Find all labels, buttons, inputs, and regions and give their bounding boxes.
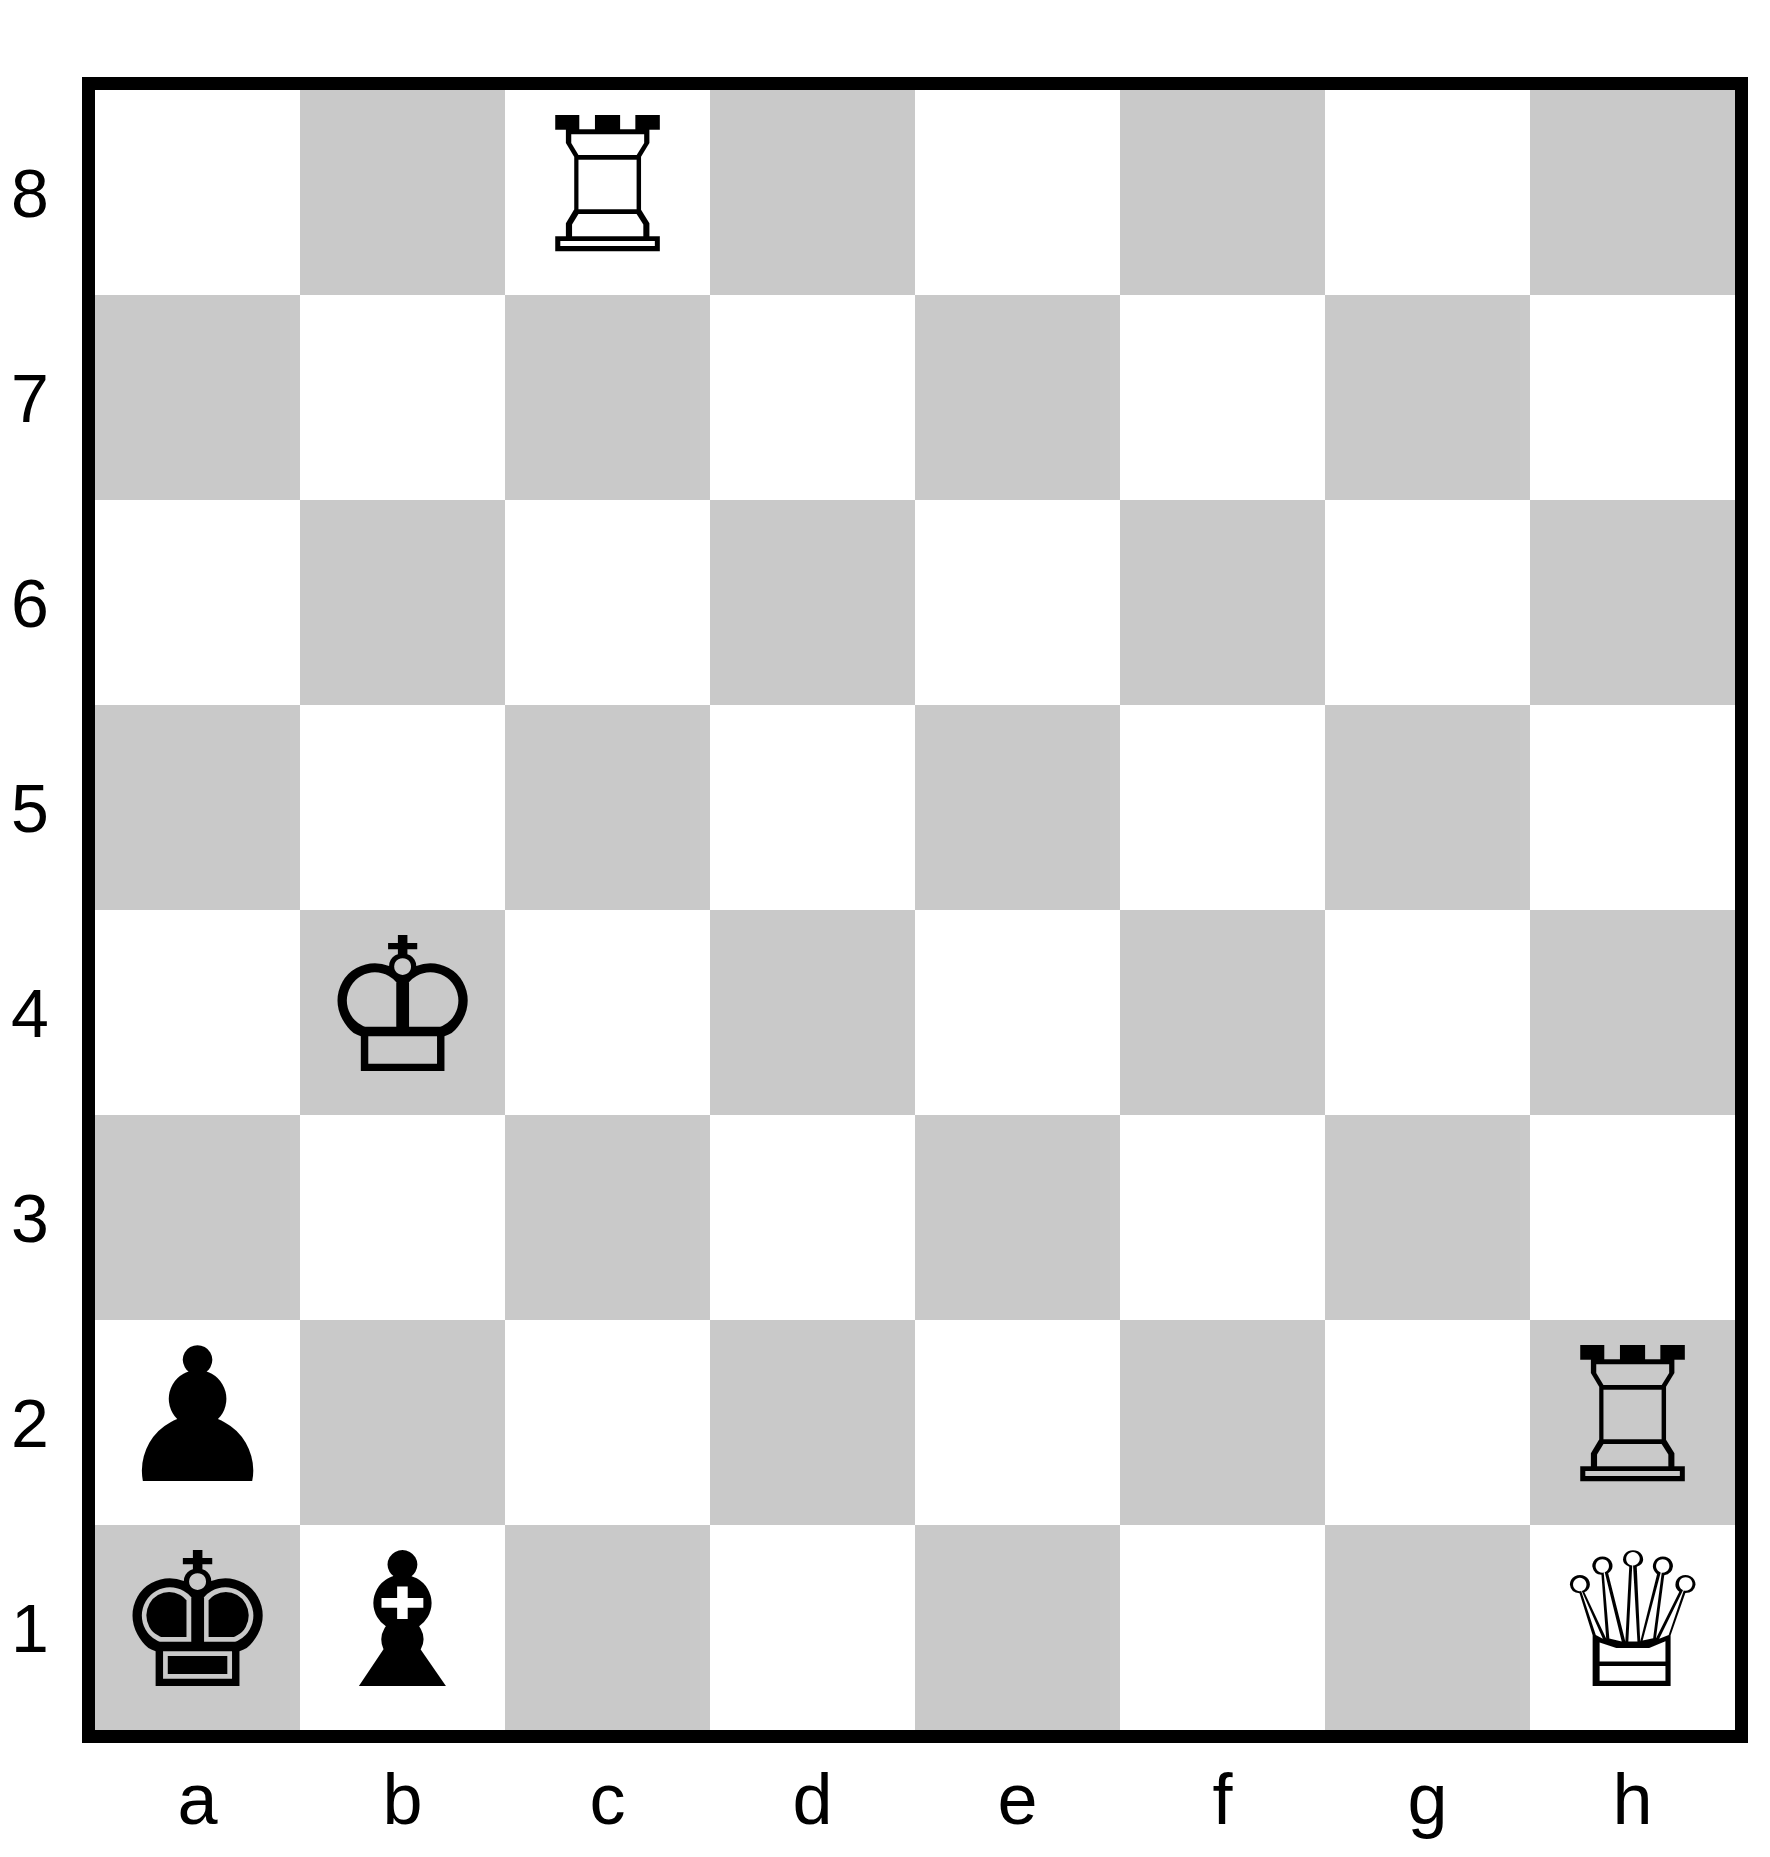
square-a8[interactable]: [95, 90, 300, 295]
square-e8[interactable]: [915, 90, 1120, 295]
file-label-g: g: [1325, 1743, 1530, 1855]
square-c2[interactable]: [505, 1320, 710, 1525]
file-label-f: f: [1120, 1743, 1325, 1855]
square-e6[interactable]: [915, 500, 1120, 705]
square-d2[interactable]: [710, 1320, 915, 1525]
file-labels: abcdefgh: [82, 1743, 1748, 1855]
square-d1[interactable]: [710, 1525, 915, 1730]
square-g3[interactable]: [1325, 1115, 1530, 1320]
white-rook[interactable]: ♖: [524, 94, 691, 280]
square-d4[interactable]: [710, 910, 915, 1115]
square-a3[interactable]: [95, 1115, 300, 1320]
square-f3[interactable]: [1120, 1115, 1325, 1320]
square-f2[interactable]: [1120, 1320, 1325, 1525]
black-king[interactable]: ♚: [114, 1529, 281, 1715]
square-a5[interactable]: [95, 705, 300, 910]
rank-label-5: 5: [0, 705, 82, 910]
square-g5[interactable]: [1325, 705, 1530, 910]
square-e1[interactable]: [915, 1525, 1120, 1730]
square-b5[interactable]: [300, 705, 505, 910]
rank-label-2: 2: [0, 1320, 82, 1525]
chess-diagram: 87654321 ♖♔♟♖♚♝♕ abcdefgh: [0, 0, 1770, 1855]
square-g1[interactable]: [1325, 1525, 1530, 1730]
file-label-b: b: [300, 1743, 505, 1855]
square-h1[interactable]: ♕: [1530, 1525, 1735, 1730]
file-label-h: h: [1530, 1743, 1735, 1855]
square-a4[interactable]: [95, 910, 300, 1115]
black-bishop[interactable]: ♝: [319, 1529, 486, 1715]
square-b6[interactable]: [300, 500, 505, 705]
square-h7[interactable]: [1530, 295, 1735, 500]
square-g2[interactable]: [1325, 1320, 1530, 1525]
square-f4[interactable]: [1120, 910, 1325, 1115]
rank-labels: 87654321: [0, 77, 82, 1743]
square-a1[interactable]: ♚: [95, 1525, 300, 1730]
diagram-layout: 87654321 ♖♔♟♖♚♝♕ abcdefgh: [0, 77, 1770, 1855]
square-d8[interactable]: [710, 90, 915, 295]
square-b2[interactable]: [300, 1320, 505, 1525]
square-b3[interactable]: [300, 1115, 505, 1320]
rank-label-1: 1: [0, 1525, 82, 1730]
square-c3[interactable]: [505, 1115, 710, 1320]
square-f1[interactable]: [1120, 1525, 1325, 1730]
white-king[interactable]: ♔: [319, 914, 486, 1100]
square-g8[interactable]: [1325, 90, 1530, 295]
square-f7[interactable]: [1120, 295, 1325, 500]
square-h4[interactable]: [1530, 910, 1735, 1115]
file-label-e: e: [915, 1743, 1120, 1855]
square-f8[interactable]: [1120, 90, 1325, 295]
square-e4[interactable]: [915, 910, 1120, 1115]
square-h6[interactable]: [1530, 500, 1735, 705]
square-b7[interactable]: [300, 295, 505, 500]
corner-spacer: [0, 1743, 82, 1855]
square-g6[interactable]: [1325, 500, 1530, 705]
black-pawn[interactable]: ♟: [114, 1324, 281, 1510]
rank-label-4: 4: [0, 910, 82, 1115]
square-c1[interactable]: [505, 1525, 710, 1730]
square-h3[interactable]: [1530, 1115, 1735, 1320]
square-c8[interactable]: ♖: [505, 90, 710, 295]
rank-label-7: 7: [0, 295, 82, 500]
square-e7[interactable]: [915, 295, 1120, 500]
square-e2[interactable]: [915, 1320, 1120, 1525]
square-a2[interactable]: ♟: [95, 1320, 300, 1525]
square-d5[interactable]: [710, 705, 915, 910]
square-f5[interactable]: [1120, 705, 1325, 910]
rank-label-8: 8: [0, 90, 82, 295]
square-f6[interactable]: [1120, 500, 1325, 705]
white-rook[interactable]: ♖: [1549, 1324, 1716, 1510]
chess-board: ♖♔♟♖♚♝♕: [82, 77, 1748, 1743]
square-c6[interactable]: [505, 500, 710, 705]
square-h2[interactable]: ♖: [1530, 1320, 1735, 1525]
square-a7[interactable]: [95, 295, 300, 500]
file-label-d: d: [710, 1743, 915, 1855]
square-b4[interactable]: ♔: [300, 910, 505, 1115]
white-queen[interactable]: ♕: [1549, 1529, 1716, 1715]
square-c7[interactable]: [505, 295, 710, 500]
square-a6[interactable]: [95, 500, 300, 705]
square-b8[interactable]: [300, 90, 505, 295]
square-h5[interactable]: [1530, 705, 1735, 910]
square-g7[interactable]: [1325, 295, 1530, 500]
file-label-a: a: [95, 1743, 300, 1855]
square-d7[interactable]: [710, 295, 915, 500]
square-e3[interactable]: [915, 1115, 1120, 1320]
file-label-c: c: [505, 1743, 710, 1855]
square-g4[interactable]: [1325, 910, 1530, 1115]
square-h8[interactable]: [1530, 90, 1735, 295]
rank-label-3: 3: [0, 1115, 82, 1320]
square-d3[interactable]: [710, 1115, 915, 1320]
rank-label-6: 6: [0, 500, 82, 705]
square-c4[interactable]: [505, 910, 710, 1115]
square-e5[interactable]: [915, 705, 1120, 910]
square-d6[interactable]: [710, 500, 915, 705]
square-c5[interactable]: [505, 705, 710, 910]
square-b1[interactable]: ♝: [300, 1525, 505, 1730]
